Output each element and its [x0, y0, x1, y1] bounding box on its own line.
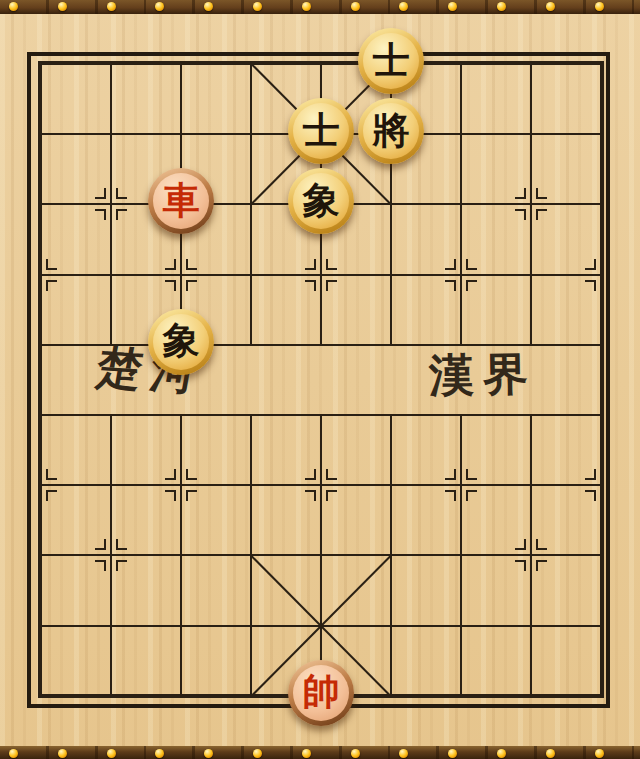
point-marker [513, 537, 549, 573]
piece-black-advisor-2[interactable]: 士 [288, 98, 354, 164]
bottom-decor-bar [0, 746, 640, 759]
stud-icon [399, 749, 408, 758]
point-marker-bracket [515, 209, 526, 220]
piece-red-chariot[interactable]: 車 [148, 168, 214, 234]
point-marker [23, 467, 59, 503]
stud-icon [399, 2, 408, 11]
piece-face: 帥 [293, 665, 349, 721]
piece-face: 士 [363, 33, 419, 89]
point-marker-bracket [466, 469, 477, 480]
point-marker-bracket [116, 209, 127, 220]
point-marker-bracket [305, 280, 316, 291]
point-marker-bracket [536, 188, 547, 199]
point-marker-bracket [305, 490, 316, 501]
point-marker [163, 257, 199, 293]
point-marker [443, 467, 479, 503]
point-marker-bracket [305, 469, 316, 480]
piece-black-general[interactable]: 將 [358, 98, 424, 164]
point-marker-bracket [445, 259, 456, 270]
stud-icon [253, 2, 262, 11]
piece-black-elephant-2[interactable]: 象 [148, 309, 214, 375]
point-marker-bracket [445, 280, 456, 291]
stud-icon [253, 749, 262, 758]
point-marker-bracket [186, 469, 197, 480]
point-marker-bracket [326, 490, 337, 501]
piece-glyph: 帥 [303, 673, 340, 710]
stud-icon [155, 2, 164, 11]
xiangqi-board-screen: 楚河 漢界 士士將車象象帥 [0, 0, 640, 759]
piece-black-elephant-1[interactable]: 象 [288, 168, 354, 234]
stud-icon [351, 2, 360, 11]
point-marker-bracket [116, 539, 127, 550]
piece-black-advisor-1[interactable]: 士 [358, 28, 424, 94]
point-marker-bracket [116, 188, 127, 199]
stud-icon [302, 749, 311, 758]
point-marker-bracket [46, 280, 57, 291]
point-marker-bracket [515, 188, 526, 199]
point-marker-bracket [585, 490, 596, 501]
point-marker-bracket [585, 259, 596, 270]
point-marker-bracket [95, 209, 106, 220]
point-marker-bracket [585, 469, 596, 480]
stud-icon [351, 749, 360, 758]
point-marker [93, 537, 129, 573]
point-marker-bracket [466, 280, 477, 291]
piece-face: 象 [153, 314, 209, 370]
stud-icon [497, 2, 506, 11]
point-marker-bracket [585, 280, 596, 291]
piece-glyph: 士 [303, 112, 340, 149]
point-marker-bracket [536, 209, 547, 220]
piece-face: 車 [153, 173, 209, 229]
point-marker [583, 257, 619, 293]
point-marker-bracket [95, 539, 106, 550]
point-marker-bracket [46, 490, 57, 501]
point-marker [163, 467, 199, 503]
stud-icon [546, 749, 555, 758]
point-marker [443, 257, 479, 293]
point-marker-bracket [536, 560, 547, 571]
point-marker-bracket [326, 259, 337, 270]
point-marker-bracket [466, 490, 477, 501]
point-marker-bracket [116, 560, 127, 571]
stud-icon [107, 749, 116, 758]
stud-icon [448, 749, 457, 758]
piece-face: 將 [363, 103, 419, 159]
point-marker-bracket [186, 259, 197, 270]
stud-icon [302, 2, 311, 11]
point-marker [23, 257, 59, 293]
point-marker-bracket [165, 490, 176, 501]
point-marker-bracket [165, 469, 176, 480]
piece-glyph: 車 [163, 182, 200, 219]
top-decor-bar [0, 0, 640, 14]
point-marker-bracket [46, 259, 57, 270]
stud-icon [155, 749, 164, 758]
piece-red-general[interactable]: 帥 [288, 660, 354, 726]
piece-glyph: 象 [163, 322, 200, 359]
point-marker-bracket [95, 188, 106, 199]
point-marker-bracket [46, 469, 57, 480]
point-marker-bracket [165, 280, 176, 291]
stud-icon [204, 749, 213, 758]
point-marker-bracket [165, 259, 176, 270]
point-marker-bracket [515, 560, 526, 571]
stud-icon [448, 2, 457, 11]
point-marker [303, 257, 339, 293]
stud-icon [546, 2, 555, 11]
stud-icon [107, 2, 116, 11]
river-label-han-jie: 漢界 [429, 352, 538, 399]
piece-glyph: 士 [373, 42, 410, 79]
stud-icon [58, 2, 67, 11]
point-marker-bracket [445, 490, 456, 501]
piece-face: 士 [293, 103, 349, 159]
stud-icon [9, 2, 18, 11]
stud-icon [204, 2, 213, 11]
stud-icon [497, 749, 506, 758]
point-marker-bracket [186, 280, 197, 291]
point-marker [303, 467, 339, 503]
piece-face: 象 [293, 173, 349, 229]
piece-glyph: 象 [303, 182, 340, 219]
point-marker-bracket [326, 469, 337, 480]
stud-icon [9, 749, 18, 758]
point-marker-bracket [305, 259, 316, 270]
piece-glyph: 將 [373, 112, 410, 149]
stud-icon [595, 749, 604, 758]
point-marker [513, 186, 549, 222]
point-marker [583, 467, 619, 503]
stud-icon [595, 2, 604, 11]
point-marker-bracket [445, 469, 456, 480]
point-marker-bracket [186, 490, 197, 501]
stud-icon [58, 749, 67, 758]
point-marker-bracket [536, 539, 547, 550]
point-marker-bracket [326, 280, 337, 291]
point-marker-bracket [95, 560, 106, 571]
point-marker-bracket [466, 259, 477, 270]
point-marker [93, 186, 129, 222]
point-marker-bracket [515, 539, 526, 550]
